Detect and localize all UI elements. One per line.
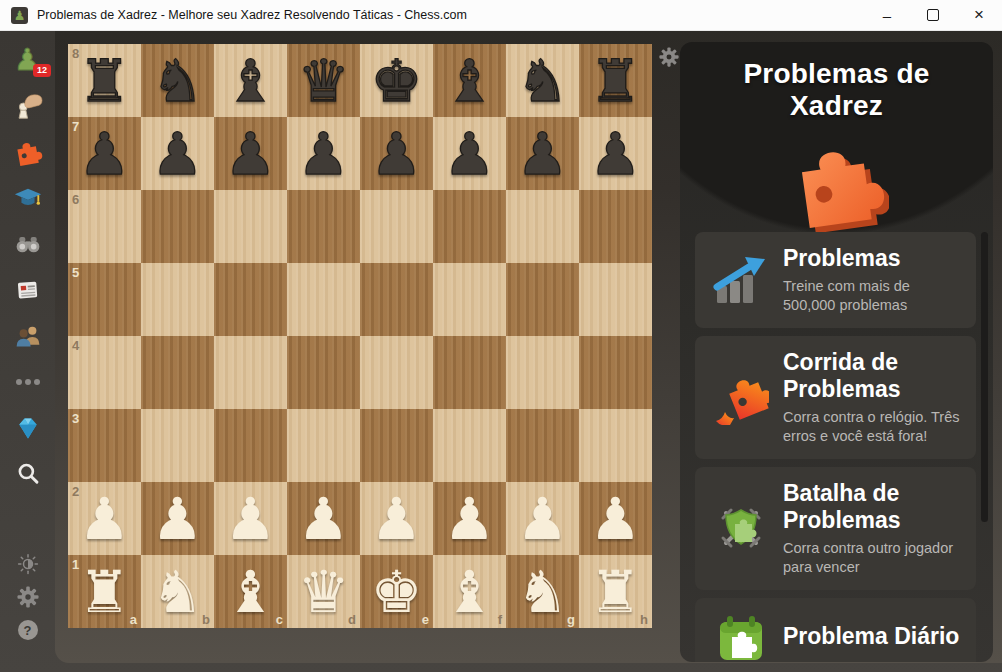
piece-white-p[interactable]: ♟	[433, 482, 506, 555]
square-c5[interactable]	[214, 263, 287, 336]
panel-scrollbar[interactable]	[981, 232, 988, 522]
help-icon: ?	[18, 620, 38, 640]
flaming-puzzle-icon	[709, 369, 773, 425]
main-content: 8♜♞♝♛♚♝♞♜7♟♟♟♟♟♟♟♟65432♟♟♟♟♟♟♟♟1a♜b♞c♝d♛…	[55, 31, 1002, 663]
piece-black-b[interactable]: ♝	[214, 44, 287, 117]
maximize-icon	[927, 9, 939, 21]
sidebar-item-more[interactable]	[11, 367, 45, 397]
square-b4[interactable]	[141, 336, 214, 409]
square-c3[interactable]	[214, 409, 287, 482]
rank-label: 6	[72, 193, 79, 206]
sidebar-item-help[interactable]: ?	[14, 617, 42, 643]
square-c2[interactable]: ♟	[214, 482, 287, 555]
sidebar-item-theme[interactable]	[14, 551, 42, 577]
trending-chart-icon	[709, 254, 773, 306]
board-grid: 8♜♞♝♛♚♝♞♜7♟♟♟♟♟♟♟♟65432♟♟♟♟♟♟♟♟1a♜b♞c♝d♛…	[68, 44, 652, 628]
square-c6[interactable]	[214, 190, 287, 263]
card-subtitle: Treine com mais de 500,000 problemas	[783, 277, 962, 315]
watch-icon	[14, 230, 42, 258]
piece-white-n[interactable]: ♞	[506, 555, 579, 628]
square-d6[interactable]	[287, 190, 360, 263]
square-b8[interactable]: ♞	[141, 44, 214, 117]
piece-black-r[interactable]: ♜	[68, 44, 141, 117]
rank-label: 5	[72, 266, 79, 279]
square-c1[interactable]: c♝	[214, 555, 287, 628]
piece-white-p[interactable]: ♟	[579, 482, 652, 555]
app-body: ♟ 12	[0, 31, 1002, 672]
mode-cards: Problemas Treine com mais de 500,000 pro…	[695, 232, 976, 662]
square-h2[interactable]: ♟	[579, 482, 652, 555]
card-batalha-de-problemas[interactable]: Batalha de Problemas Corra contra outro …	[695, 467, 976, 590]
app-logo-pawn-icon: ♟	[11, 7, 28, 24]
calendar-puzzle-icon	[709, 611, 773, 662]
piece-black-n[interactable]: ♞	[506, 44, 579, 117]
piece-black-p[interactable]: ♟	[579, 117, 652, 190]
rank-label: 3	[72, 412, 79, 425]
square-d8[interactable]: ♛	[287, 44, 360, 117]
square-g4[interactable]	[506, 336, 579, 409]
search-icon	[15, 461, 41, 487]
square-f5[interactable]	[433, 263, 506, 336]
piece-white-b[interactable]: ♝	[433, 555, 506, 628]
close-button[interactable]: ×	[956, 0, 1002, 30]
square-g6[interactable]	[506, 190, 579, 263]
sidebar-item-versus-bot[interactable]	[11, 91, 45, 121]
piece-black-k[interactable]: ♚	[360, 44, 433, 117]
piece-black-p[interactable]: ♟	[506, 117, 579, 190]
more-icon	[15, 377, 41, 387]
piece-black-n[interactable]: ♞	[141, 44, 214, 117]
square-a6[interactable]: 6	[68, 190, 141, 263]
square-d4[interactable]	[287, 336, 360, 409]
card-title: Problema Diário	[783, 623, 962, 650]
square-c7[interactable]: ♟	[214, 117, 287, 190]
square-c4[interactable]	[214, 336, 287, 409]
titlebar: ♟ Problemas de Xadrez - Melhore seu Xadr…	[0, 0, 1002, 31]
premium-diamond-icon	[14, 415, 42, 441]
puzzle-logo	[680, 132, 993, 232]
square-g2[interactable]: ♟	[506, 482, 579, 555]
square-d5[interactable]	[287, 263, 360, 336]
puzzles-panel: Problemas de Xadrez	[680, 42, 993, 662]
piece-white-p[interactable]: ♟	[287, 482, 360, 555]
square-f2[interactable]: ♟	[433, 482, 506, 555]
square-b2[interactable]: ♟	[141, 482, 214, 555]
piece-black-q[interactable]: ♛	[287, 44, 360, 117]
square-d2[interactable]: ♟	[287, 482, 360, 555]
square-g7[interactable]: ♟	[506, 117, 579, 190]
piece-white-p[interactable]: ♟	[360, 482, 433, 555]
lessons-icon	[13, 183, 43, 213]
sidebar-item-lessons[interactable]	[11, 183, 45, 213]
square-b1[interactable]: b♞	[141, 555, 214, 628]
sidebar: ♟ 12	[0, 31, 55, 672]
square-f3[interactable]	[433, 409, 506, 482]
sidebar-item-premium[interactable]	[11, 413, 45, 443]
board-settings-gear-icon	[658, 46, 680, 68]
square-b5[interactable]	[141, 263, 214, 336]
card-corrida-de-problemas[interactable]: Corrida de Problemas Corra contra o reló…	[695, 336, 976, 459]
square-h1[interactable]: h♜	[579, 555, 652, 628]
square-f6[interactable]	[433, 190, 506, 263]
notification-badge: 12	[33, 64, 50, 77]
piece-white-q[interactable]: ♛	[287, 555, 360, 628]
big-puzzle-icon	[785, 132, 889, 232]
piece-black-p[interactable]: ♟	[433, 117, 506, 190]
square-h4[interactable]	[579, 336, 652, 409]
piece-white-p[interactable]: ♟	[506, 482, 579, 555]
square-h8[interactable]: ♜	[579, 44, 652, 117]
sidebar-item-watch[interactable]	[11, 229, 45, 259]
app-window: ♟ Problemas de Xadrez - Melhore seu Xadr…	[0, 0, 1002, 672]
square-g1[interactable]: g♞	[506, 555, 579, 628]
square-f7[interactable]: ♟	[433, 117, 506, 190]
sidebar-item-news[interactable]	[11, 275, 45, 305]
square-g3[interactable]	[506, 409, 579, 482]
maximize-button[interactable]	[910, 0, 956, 30]
square-e4[interactable]	[360, 336, 433, 409]
card-problemas[interactable]: Problemas Treine com mais de 500,000 pro…	[695, 232, 976, 328]
square-d3[interactable]	[287, 409, 360, 482]
square-a7[interactable]: 7♟	[68, 117, 141, 190]
panel-title: Problemas de Xadrez	[708, 58, 965, 122]
square-b6[interactable]	[141, 190, 214, 263]
square-a5[interactable]: 5	[68, 263, 141, 336]
square-e7[interactable]: ♟	[360, 117, 433, 190]
square-g5[interactable]	[506, 263, 579, 336]
piece-white-p[interactable]: ♟	[141, 482, 214, 555]
square-d1[interactable]: d♛	[287, 555, 360, 628]
card-title: Problemas	[783, 245, 962, 272]
square-b7[interactable]: ♟	[141, 117, 214, 190]
piece-white-b[interactable]: ♝	[214, 555, 287, 628]
square-f4[interactable]	[433, 336, 506, 409]
sidebar-item-play[interactable]: ♟ 12	[11, 45, 45, 75]
piece-black-b[interactable]: ♝	[433, 44, 506, 117]
square-e6[interactable]	[360, 190, 433, 263]
puzzles-icon	[13, 137, 43, 167]
square-h5[interactable]	[579, 263, 652, 336]
social-icon	[14, 322, 42, 350]
settings-gear-icon	[16, 585, 40, 609]
window-title: Problemas de Xadrez - Melhore seu Xadrez…	[37, 8, 467, 22]
square-a2[interactable]: 2♟	[68, 482, 141, 555]
piece-white-r[interactable]: ♜	[579, 555, 652, 628]
piece-white-p[interactable]: ♟	[68, 482, 141, 555]
square-a4[interactable]: 4	[68, 336, 141, 409]
square-a1[interactable]: 1a♜	[68, 555, 141, 628]
square-f1[interactable]: f♝	[433, 555, 506, 628]
card-subtitle: Corra contra outro jogador para vencer	[783, 539, 962, 577]
theme-icon	[16, 552, 40, 576]
sidebar-item-settings[interactable]	[14, 584, 42, 610]
square-e1[interactable]: e♚	[360, 555, 433, 628]
square-g8[interactable]: ♞	[506, 44, 579, 117]
card-subtitle: Corra contra o relógio. Três erros e voc…	[783, 408, 962, 446]
piece-white-n[interactable]: ♞	[141, 555, 214, 628]
news-icon	[14, 276, 42, 304]
square-c8[interactable]: ♝	[214, 44, 287, 117]
square-e3[interactable]	[360, 409, 433, 482]
piece-black-p[interactable]: ♟	[360, 117, 433, 190]
square-e5[interactable]	[360, 263, 433, 336]
piece-black-p[interactable]: ♟	[214, 117, 287, 190]
window-controls: – ×	[864, 0, 1002, 30]
square-b3[interactable]	[141, 409, 214, 482]
sidebar-item-search[interactable]	[11, 459, 45, 489]
sidebar-item-social[interactable]	[11, 321, 45, 351]
board-settings-button[interactable]	[658, 46, 680, 68]
piece-white-k[interactable]: ♚	[360, 555, 433, 628]
chess-board: 8♜♞♝♛♚♝♞♜7♟♟♟♟♟♟♟♟65432♟♟♟♟♟♟♟♟1a♜b♞c♝d♛…	[68, 44, 652, 628]
versus-bot-icon	[13, 91, 43, 121]
square-h3[interactable]	[579, 409, 652, 482]
square-a8[interactable]: 8♜	[68, 44, 141, 117]
square-f8[interactable]: ♝	[433, 44, 506, 117]
square-e8[interactable]: ♚	[360, 44, 433, 117]
square-d7[interactable]: ♟	[287, 117, 360, 190]
square-h6[interactable]	[579, 190, 652, 263]
piece-white-p[interactable]: ♟	[214, 482, 287, 555]
rank-label: 4	[72, 339, 79, 352]
card-title: Batalha de Problemas	[783, 480, 962, 534]
piece-black-p[interactable]: ♟	[68, 117, 141, 190]
piece-black-r[interactable]: ♜	[579, 44, 652, 117]
shield-swords-icon	[709, 500, 773, 556]
square-h7[interactable]: ♟	[579, 117, 652, 190]
card-problema-diario[interactable]: Problema Diário	[695, 598, 976, 662]
sidebar-item-puzzles[interactable]	[11, 137, 45, 167]
square-a3[interactable]: 3	[68, 409, 141, 482]
piece-white-r[interactable]: ♜	[68, 555, 141, 628]
piece-black-p[interactable]: ♟	[141, 117, 214, 190]
square-e2[interactable]: ♟	[360, 482, 433, 555]
card-title: Corrida de Problemas	[783, 349, 962, 403]
minimize-button[interactable]: –	[864, 0, 910, 30]
piece-black-p[interactable]: ♟	[287, 117, 360, 190]
